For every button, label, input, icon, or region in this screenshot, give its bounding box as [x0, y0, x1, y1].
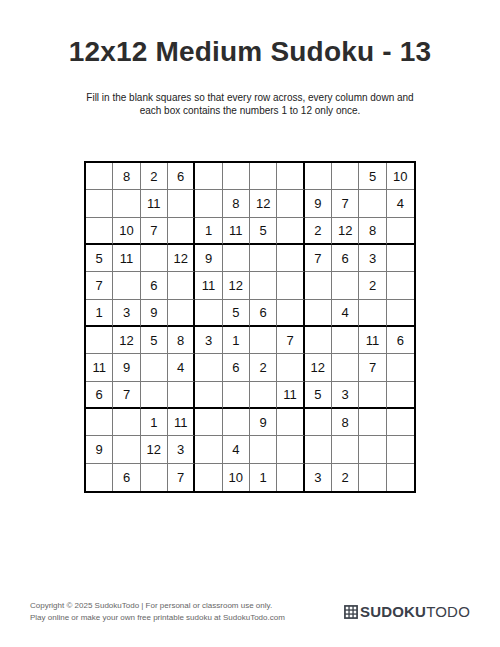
sudokutodo-logo: SUDOKU TODO — [344, 603, 470, 620]
page-title: 12x12 Medium Sudoku - 13 — [0, 36, 500, 68]
sudoku-cell-r12c6: 10 — [223, 464, 250, 491]
sudoku-cell-r7c12: 6 — [387, 327, 414, 354]
sudoku-cell-r12c2: 6 — [113, 464, 140, 491]
sudoku-cell-r9c4 — [168, 382, 195, 409]
sudoku-cell-r5c1: 7 — [86, 272, 113, 299]
sudoku-cell-r10c3: 1 — [141, 409, 168, 436]
sudoku-cell-r3c11: 8 — [359, 218, 386, 245]
sudoku-cell-r9c9: 5 — [305, 382, 332, 409]
sudoku-cell-r6c3: 9 — [141, 300, 168, 327]
sudoku-cell-r4c8 — [277, 245, 304, 272]
sudoku-cell-r12c5 — [195, 464, 222, 491]
sudoku-cell-r2c6: 8 — [223, 190, 250, 217]
sudoku-cell-r9c10: 3 — [332, 382, 359, 409]
sudoku-cell-r2c5 — [195, 190, 222, 217]
sudoku-cell-r10c4: 11 — [168, 409, 195, 436]
sudoku-cell-r6c9 — [305, 300, 332, 327]
sudoku-cell-r11c6: 4 — [223, 436, 250, 463]
sudoku-cell-r12c11 — [359, 464, 386, 491]
sudoku-cell-r2c10: 7 — [332, 190, 359, 217]
sudoku-cell-r3c12 — [387, 218, 414, 245]
sudoku-cell-r8c9: 12 — [305, 354, 332, 381]
sudoku-cell-r4c6 — [223, 245, 250, 272]
sudoku-cell-r6c7: 6 — [250, 300, 277, 327]
sudoku-cell-r1c7 — [250, 163, 277, 190]
sudoku-cell-r11c10 — [332, 436, 359, 463]
sudoku-cell-r9c12 — [387, 382, 414, 409]
sudoku-cell-r7c2: 12 — [113, 327, 140, 354]
sudoku-cell-r8c12 — [387, 354, 414, 381]
sudoku-cell-r1c2: 8 — [113, 163, 140, 190]
sudoku-cell-r11c2 — [113, 436, 140, 463]
sudoku-cell-r10c5 — [195, 409, 222, 436]
sudoku-cell-r5c5: 11 — [195, 272, 222, 299]
sudoku-cell-r2c9: 9 — [305, 190, 332, 217]
logo-text-sudoku: SUDOKU — [360, 603, 426, 620]
sudoku-cell-r6c12 — [387, 300, 414, 327]
sudoku-cell-r12c9: 3 — [305, 464, 332, 491]
sudoku-cell-r7c6: 1 — [223, 327, 250, 354]
sudoku-cell-r9c2: 7 — [113, 382, 140, 409]
sudoku-cell-r6c11 — [359, 300, 386, 327]
sudoku-cell-r1c8 — [277, 163, 304, 190]
sudoku-cell-r7c7 — [250, 327, 277, 354]
sudoku-cell-r1c4: 6 — [168, 163, 195, 190]
sudoku-cell-r8c8 — [277, 354, 304, 381]
sudoku-cell-r10c6 — [223, 409, 250, 436]
sudoku-cell-r7c3: 5 — [141, 327, 168, 354]
sudoku-cell-r5c4 — [168, 272, 195, 299]
sudoku-cell-r10c11 — [359, 409, 386, 436]
sudoku-cell-r2c12: 4 — [387, 190, 414, 217]
copyright-line-1: Copyright © 2025 SudokuTodo | For person… — [30, 600, 285, 612]
sudoku-cell-r3c6: 11 — [223, 218, 250, 245]
sudoku-cell-r1c12: 10 — [387, 163, 414, 190]
sudoku-cell-r4c1: 5 — [86, 245, 113, 272]
sudoku-cell-r4c3 — [141, 245, 168, 272]
sudoku-cell-r3c5: 1 — [195, 218, 222, 245]
sudoku-cell-r2c2 — [113, 190, 140, 217]
sudoku-cell-r5c7 — [250, 272, 277, 299]
sudoku-cell-r6c4 — [168, 300, 195, 327]
sudoku-cell-r4c5: 9 — [195, 245, 222, 272]
sudoku-cell-r5c3: 6 — [141, 272, 168, 299]
sudoku-cell-r4c10: 6 — [332, 245, 359, 272]
sudoku-cell-r4c9: 7 — [305, 245, 332, 272]
sudoku-cell-r10c12 — [387, 409, 414, 436]
sudoku-cell-r12c10: 2 — [332, 464, 359, 491]
sudoku-cell-r8c4: 4 — [168, 354, 195, 381]
sudoku-cell-r11c7 — [250, 436, 277, 463]
sudoku-cell-r3c1 — [86, 218, 113, 245]
sudoku-cell-r3c4 — [168, 218, 195, 245]
sudoku-cell-r8c11: 7 — [359, 354, 386, 381]
sudoku-cell-r2c1 — [86, 190, 113, 217]
sudoku-cell-r5c10 — [332, 272, 359, 299]
sudoku-cell-r8c1: 11 — [86, 354, 113, 381]
sudoku-cell-r7c11: 11 — [359, 327, 386, 354]
sudoku-cell-r2c11 — [359, 190, 386, 217]
sudoku-cell-r9c7 — [250, 382, 277, 409]
sudoku-cell-r7c8: 7 — [277, 327, 304, 354]
sudoku-cell-r6c5 — [195, 300, 222, 327]
sudoku-cell-r12c7: 1 — [250, 464, 277, 491]
sudoku-cell-r11c1: 9 — [86, 436, 113, 463]
sudoku-cell-r3c2: 10 — [113, 218, 140, 245]
sudoku-cell-r7c1 — [86, 327, 113, 354]
sudoku-cell-r8c2: 9 — [113, 354, 140, 381]
sudoku-cell-r5c9 — [305, 272, 332, 299]
sudoku-cell-r7c10 — [332, 327, 359, 354]
sudoku-cell-r2c7: 12 — [250, 190, 277, 217]
sudoku-cell-r11c11 — [359, 436, 386, 463]
sudoku-cell-r9c6 — [223, 382, 250, 409]
sudoku-cell-r7c9 — [305, 327, 332, 354]
sudoku-cell-r8c5 — [195, 354, 222, 381]
sudoku-cell-r4c2: 11 — [113, 245, 140, 272]
sudoku-cell-r9c5 — [195, 382, 222, 409]
sudoku-page: 12x12 Medium Sudoku - 13 Fill in the bla… — [0, 0, 500, 647]
sudoku-cell-r10c10: 8 — [332, 409, 359, 436]
sudoku-cell-r6c2: 3 — [113, 300, 140, 327]
sudoku-cell-r3c8 — [277, 218, 304, 245]
sudoku-cell-r9c3 — [141, 382, 168, 409]
sudoku-cell-r12c3 — [141, 464, 168, 491]
sudoku-cell-r6c8 — [277, 300, 304, 327]
sudoku-cell-r10c1 — [86, 409, 113, 436]
sudoku-cell-r4c4: 12 — [168, 245, 195, 272]
sudoku-cell-r12c4: 7 — [168, 464, 195, 491]
instructions-line-1: Fill in the blank squares so that every … — [0, 91, 500, 104]
sudoku-cell-r4c11: 3 — [359, 245, 386, 272]
instructions: Fill in the blank squares so that every … — [0, 91, 500, 117]
sudoku-cell-r4c12 — [387, 245, 414, 272]
sudoku-cell-r1c10 — [332, 163, 359, 190]
sudoku-cell-r1c5 — [195, 163, 222, 190]
sudoku-cell-r8c7: 2 — [250, 354, 277, 381]
sudoku-cell-r10c8 — [277, 409, 304, 436]
sudoku-board: 8265101181297410711152128511129763761112… — [84, 161, 416, 493]
sudoku-cell-r7c5: 3 — [195, 327, 222, 354]
sudoku-cell-r10c7: 9 — [250, 409, 277, 436]
sudoku-cell-r12c12 — [387, 464, 414, 491]
sudoku-cell-r2c3: 11 — [141, 190, 168, 217]
sudoku-cell-r9c11 — [359, 382, 386, 409]
sudoku-cell-r11c4: 3 — [168, 436, 195, 463]
sudoku-cell-r6c1: 1 — [86, 300, 113, 327]
sudoku-cell-r9c1: 6 — [86, 382, 113, 409]
sudoku-cell-r3c3: 7 — [141, 218, 168, 245]
sudoku-cell-r9c8: 11 — [277, 382, 304, 409]
sudoku-cell-r11c3: 12 — [141, 436, 168, 463]
sudoku-cell-r7c4: 8 — [168, 327, 195, 354]
logo-text-todo: TODO — [426, 603, 470, 620]
footer-copyright: Copyright © 2025 SudokuTodo | For person… — [30, 600, 285, 624]
instructions-line-2: each box contains the numbers 1 to 12 on… — [0, 104, 500, 117]
sudoku-cell-r8c3 — [141, 354, 168, 381]
sudoku-cell-r8c10 — [332, 354, 359, 381]
sudoku-cell-r5c6: 12 — [223, 272, 250, 299]
sudoku-cell-r11c5 — [195, 436, 222, 463]
sudoku-cell-r10c2 — [113, 409, 140, 436]
sudoku-cell-r1c11: 5 — [359, 163, 386, 190]
sudoku-cell-r1c9 — [305, 163, 332, 190]
sudoku-cell-r10c9 — [305, 409, 332, 436]
sudoku-cell-r11c9 — [305, 436, 332, 463]
sudoku-cell-r5c2 — [113, 272, 140, 299]
sudoku-cell-r8c6: 6 — [223, 354, 250, 381]
sudoku-cell-r11c12 — [387, 436, 414, 463]
sudoku-cell-r5c12 — [387, 272, 414, 299]
sudoku-grid-icon — [344, 605, 358, 619]
sudoku-cell-r4c7 — [250, 245, 277, 272]
sudoku-cell-r5c11: 2 — [359, 272, 386, 299]
sudoku-cell-r1c6 — [223, 163, 250, 190]
sudoku-cell-r5c8 — [277, 272, 304, 299]
sudoku-cell-r11c8 — [277, 436, 304, 463]
sudoku-cell-r12c1 — [86, 464, 113, 491]
sudoku-cell-r6c6: 5 — [223, 300, 250, 327]
sudoku-cell-r3c10: 12 — [332, 218, 359, 245]
sudoku-cell-r2c8 — [277, 190, 304, 217]
sudoku-cell-r2c4 — [168, 190, 195, 217]
sudoku-cell-r1c3: 2 — [141, 163, 168, 190]
sudoku-cell-r12c8 — [277, 464, 304, 491]
sudoku-cell-r6c10: 4 — [332, 300, 359, 327]
copyright-line-2: Play online or make your own free printa… — [30, 612, 285, 624]
sudoku-cell-r3c9: 2 — [305, 218, 332, 245]
sudoku-cell-r1c1 — [86, 163, 113, 190]
sudoku-cell-r3c7: 5 — [250, 218, 277, 245]
